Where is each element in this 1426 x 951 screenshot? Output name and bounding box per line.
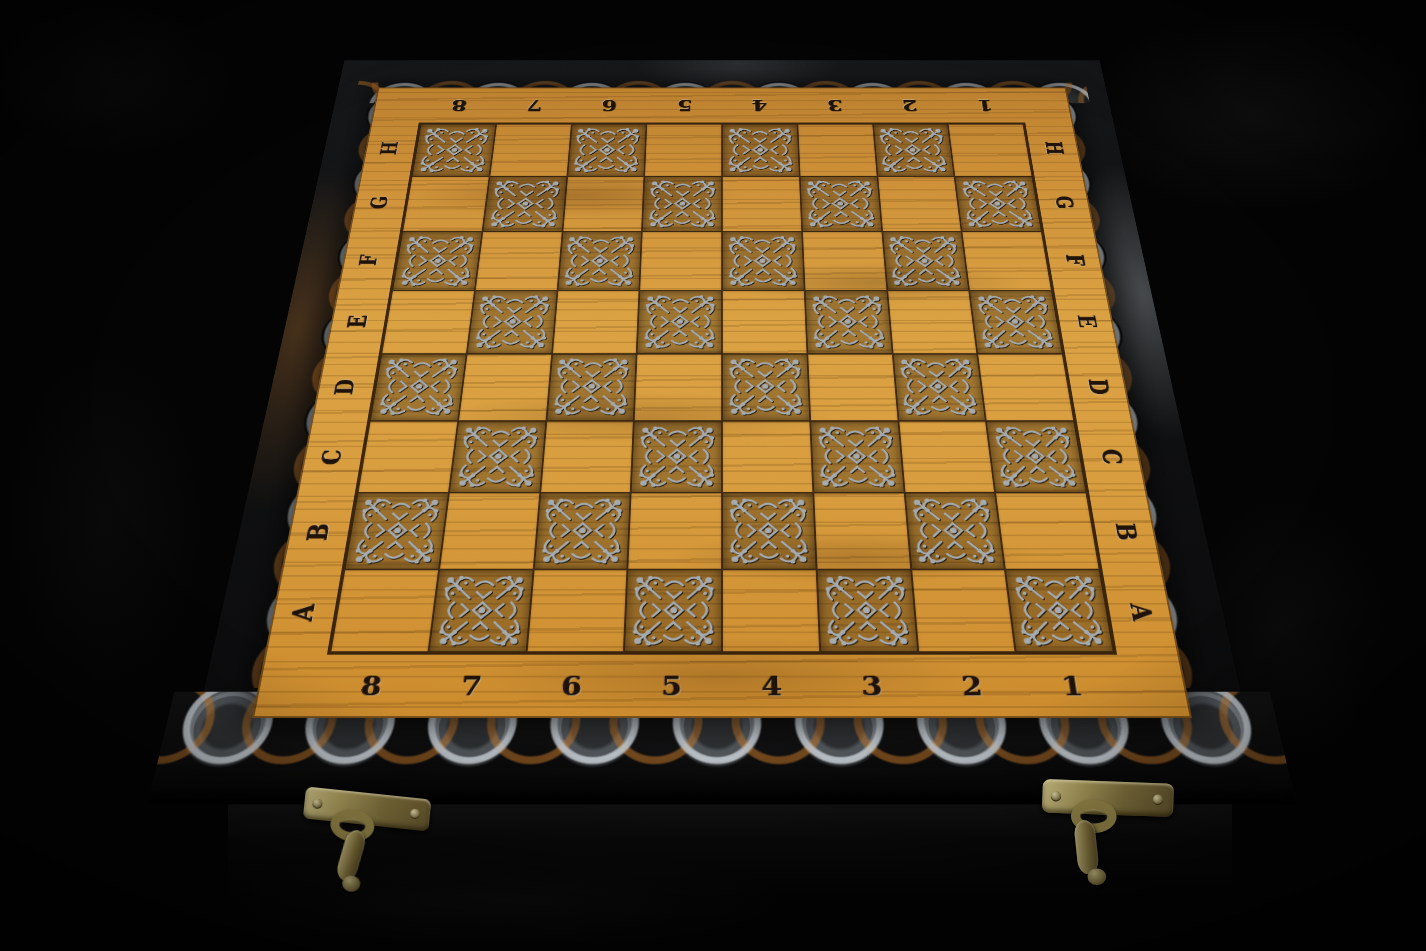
coord-top-2: 2	[871, 87, 950, 122]
square-g2[interactable]	[877, 176, 962, 231]
coord-glyph: E	[1072, 315, 1100, 328]
carved-damask-ornament	[628, 573, 718, 649]
square-d6[interactable]	[546, 354, 637, 421]
coord-glyph: F	[1061, 254, 1088, 265]
coord-glyph: 2	[960, 670, 984, 701]
coord-glyph: 8	[359, 670, 384, 701]
square-f8[interactable]	[392, 232, 482, 291]
coord-glyph: G	[1051, 196, 1078, 209]
carved-damask-ornament	[803, 178, 879, 229]
square-g3[interactable]	[800, 176, 882, 231]
square-d1[interactable]	[977, 354, 1074, 421]
board-grid	[327, 123, 1117, 655]
coord-glyph: 7	[460, 670, 484, 701]
square-g6[interactable]	[562, 176, 644, 231]
carved-damask-ornament	[814, 423, 901, 489]
coord-glyph: G	[367, 196, 394, 209]
carved-damask-ornament	[537, 495, 627, 566]
square-h1[interactable]	[948, 124, 1032, 176]
carved-damask-ornament	[374, 356, 463, 418]
square-f3[interactable]	[802, 232, 887, 291]
square-h6[interactable]	[567, 124, 647, 176]
square-d7[interactable]	[458, 354, 552, 421]
coordinates-bottom: 87654321	[316, 655, 1128, 718]
carved-damask-ornament	[990, 423, 1082, 489]
square-c5[interactable]	[631, 421, 722, 493]
square-d2[interactable]	[892, 354, 986, 421]
square-b1[interactable]	[995, 492, 1099, 569]
square-b2[interactable]	[904, 492, 1005, 569]
coord-glyph: 2	[901, 96, 918, 114]
coord-glyph: 1	[976, 96, 994, 114]
coordinates-top: 87654321	[419, 87, 1026, 122]
carved-damask-ornament	[885, 234, 966, 288]
brass-clasp-right	[1039, 779, 1199, 899]
square-c4[interactable]	[722, 421, 813, 493]
coord-bottom-4: 4	[722, 655, 824, 718]
square-f1[interactable]	[962, 232, 1052, 291]
square-d4[interactable]	[722, 354, 810, 421]
coord-glyph: 8	[450, 96, 468, 114]
square-e2[interactable]	[887, 291, 978, 354]
carved-damask-ornament	[820, 573, 913, 649]
square-e4[interactable]	[722, 291, 807, 354]
chess-board: 87654321 87654321 HGFEDCBA HGFEDCBA	[252, 87, 1192, 718]
carved-damask-ornament	[486, 178, 564, 229]
coord-bottom-8: 8	[316, 655, 426, 718]
coord-glyph: 5	[677, 96, 693, 114]
carved-damask-ornament	[808, 293, 889, 351]
square-d5[interactable]	[634, 354, 722, 421]
coord-top-3: 3	[796, 87, 873, 122]
square-b3[interactable]	[813, 492, 911, 569]
carved-damask-ornament	[349, 495, 445, 566]
carved-damask-ornament	[640, 293, 718, 351]
square-b5[interactable]	[628, 492, 722, 569]
coord-top-6: 6	[570, 87, 647, 122]
square-h5[interactable]	[644, 124, 722, 176]
clasp-knob	[341, 875, 361, 893]
square-f2[interactable]	[882, 232, 970, 291]
square-h4[interactable]	[722, 124, 800, 176]
carved-damask-ornament	[896, 356, 982, 418]
square-g1[interactable]	[955, 176, 1042, 231]
coord-top-5: 5	[646, 87, 722, 122]
square-b7[interactable]	[439, 492, 540, 569]
square-a6[interactable]	[526, 569, 627, 652]
square-f7[interactable]	[475, 232, 563, 291]
carved-damask-ornament	[635, 423, 719, 489]
carved-damask-ornament	[958, 178, 1038, 229]
square-h7[interactable]	[489, 124, 571, 176]
coord-glyph: B	[1109, 523, 1141, 541]
square-e1[interactable]	[969, 291, 1062, 354]
square-f6[interactable]	[557, 232, 642, 291]
clasp-knob	[1087, 868, 1106, 885]
coord-glyph: B	[303, 523, 335, 541]
square-c7[interactable]	[449, 421, 546, 493]
coord-glyph: C	[317, 449, 347, 465]
square-a5[interactable]	[624, 569, 722, 652]
square-c8[interactable]	[358, 421, 458, 493]
square-c6[interactable]	[540, 421, 634, 493]
coord-glyph: D	[331, 379, 361, 395]
carved-damask-ornament	[908, 495, 1001, 566]
coord-glyph: 4	[752, 96, 768, 114]
square-a3[interactable]	[816, 569, 917, 652]
square-d8[interactable]	[370, 354, 467, 421]
carved-damask-ornament	[415, 126, 493, 174]
brass-clasp-left	[295, 786, 456, 911]
carved-damask-ornament	[645, 178, 719, 229]
square-b4[interactable]	[722, 492, 816, 569]
coord-glyph: 3	[826, 96, 843, 114]
square-h3[interactable]	[797, 124, 877, 176]
square-g7[interactable]	[482, 176, 567, 231]
square-c3[interactable]	[810, 421, 904, 493]
square-f4[interactable]	[722, 232, 804, 291]
carved-damask-ornament	[432, 573, 529, 649]
square-e8[interactable]	[381, 291, 474, 354]
square-b8[interactable]	[344, 492, 448, 569]
square-a1[interactable]	[1005, 569, 1114, 652]
square-g8[interactable]	[402, 176, 489, 231]
coord-glyph: D	[1084, 379, 1114, 395]
coord-top-1: 1	[945, 87, 1025, 122]
coord-bottom-7: 7	[418, 655, 525, 718]
coord-bottom-3: 3	[821, 655, 925, 718]
square-a7[interactable]	[428, 569, 533, 652]
coord-bottom-1: 1	[1018, 655, 1128, 718]
carved-damask-ornament	[570, 126, 644, 174]
coord-glyph: A	[287, 603, 320, 621]
coord-top-7: 7	[495, 87, 574, 122]
square-f5[interactable]	[640, 232, 722, 291]
coord-glyph: F	[356, 254, 383, 265]
carved-damask-ornament	[725, 234, 801, 288]
carved-damask-ornament	[1009, 573, 1109, 649]
coord-glyph: 5	[661, 670, 682, 701]
carved-damask-ornament	[396, 234, 479, 288]
square-c2[interactable]	[898, 421, 995, 493]
carved-damask-ornament	[470, 293, 553, 351]
square-e6[interactable]	[552, 291, 640, 354]
coord-glyph: C	[1096, 449, 1126, 465]
square-e5[interactable]	[637, 291, 722, 354]
coord-glyph: 1	[1060, 670, 1085, 701]
coord-right-h: H	[1025, 123, 1083, 176]
square-a4[interactable]	[722, 569, 820, 652]
square-g5[interactable]	[642, 176, 722, 231]
square-a2[interactable]	[911, 569, 1016, 652]
coord-glyph: 7	[526, 96, 543, 114]
square-h8[interactable]	[412, 124, 496, 176]
carved-damask-ornament	[550, 356, 634, 418]
carved-damask-ornament	[726, 495, 813, 566]
carved-damask-ornament	[725, 126, 796, 174]
coord-glyph: H	[1041, 142, 1067, 155]
square-g4[interactable]	[722, 176, 802, 231]
square-c1[interactable]	[986, 421, 1086, 493]
coord-glyph: 6	[601, 96, 618, 114]
coord-bottom-6: 6	[519, 655, 623, 718]
carved-damask-ornament	[725, 356, 806, 418]
coord-glyph: 4	[761, 670, 782, 701]
coord-top-8: 8	[419, 87, 499, 122]
carved-damask-ornament	[876, 126, 952, 174]
square-a8[interactable]	[330, 569, 439, 652]
square-h2[interactable]	[873, 124, 955, 176]
coord-glyph: 3	[861, 670, 884, 701]
square-b6[interactable]	[533, 492, 631, 569]
square-e7[interactable]	[467, 291, 558, 354]
coord-glyph: H	[377, 142, 403, 155]
coord-glyph: 6	[560, 670, 583, 701]
coord-bottom-5: 5	[621, 655, 723, 718]
coord-glyph: E	[344, 315, 372, 328]
coord-top-4: 4	[722, 87, 798, 122]
box-lid-plane: 87654321 87654321 HGFEDCBA HGFEDCBA	[55, 21, 1388, 895]
carved-damask-ornament	[561, 234, 639, 288]
carved-damask-ornament	[973, 293, 1059, 351]
square-d3[interactable]	[807, 354, 898, 421]
photo-of-chess-box: 87654321 87654321 HGFEDCBA HGFEDCBA	[0, 0, 1426, 951]
coord-glyph: A	[1124, 603, 1157, 621]
coord-bottom-2: 2	[920, 655, 1027, 718]
carved-damask-ornament	[453, 423, 543, 489]
square-e3[interactable]	[804, 291, 892, 354]
